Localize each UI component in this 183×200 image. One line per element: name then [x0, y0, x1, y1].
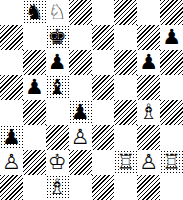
square-b2[interactable] — [23, 150, 46, 175]
square-h1[interactable] — [160, 175, 183, 200]
square-h7[interactable]: ♟ — [160, 25, 183, 50]
square-e8[interactable] — [92, 0, 115, 25]
piece-white-knight: ♞♘ — [46, 0, 69, 25]
square-g6[interactable]: ♟ — [137, 50, 160, 75]
square-f7[interactable] — [114, 25, 137, 50]
square-a2[interactable]: ♟♙ — [0, 150, 23, 175]
piece-black-pawn: ♟ — [137, 50, 160, 75]
piece-white-pawn: ♟♙ — [69, 125, 92, 150]
square-e6[interactable] — [92, 50, 115, 75]
black-king-icon: ♚ — [46, 25, 69, 50]
square-d8[interactable] — [69, 0, 92, 25]
square-h4[interactable] — [160, 100, 183, 125]
square-c5[interactable]: ♝ — [46, 75, 69, 100]
white-pawn-icon: ♙ — [0, 150, 23, 175]
square-h8[interactable] — [160, 0, 183, 25]
square-f5[interactable] — [114, 75, 137, 100]
square-g3[interactable] — [137, 125, 160, 150]
square-c2[interactable]: ♚♔ — [46, 150, 69, 175]
square-e3[interactable] — [92, 125, 115, 150]
square-c3[interactable] — [46, 125, 69, 150]
square-e5[interactable] — [92, 75, 115, 100]
square-f3[interactable] — [114, 125, 137, 150]
square-a4[interactable] — [0, 100, 23, 125]
white-rook-icon: ♖ — [160, 150, 183, 175]
piece-white-rook: ♜♖ — [160, 150, 183, 175]
piece-black-pawn: ♟ — [0, 125, 23, 150]
piece-black-knight: ♞ — [23, 0, 46, 25]
square-g4[interactable]: ♝♗ — [137, 100, 160, 125]
square-c6[interactable]: ♟ — [46, 50, 69, 75]
square-b8[interactable]: ♞ — [23, 0, 46, 25]
square-g8[interactable] — [137, 0, 160, 25]
white-pawn-icon: ♙ — [137, 150, 160, 175]
square-d6[interactable] — [69, 50, 92, 75]
square-c7[interactable]: ♚ — [46, 25, 69, 50]
square-g5[interactable] — [137, 75, 160, 100]
square-d3[interactable]: ♟♙ — [69, 125, 92, 150]
piece-white-pawn: ♟♙ — [0, 150, 23, 175]
white-rook-icon: ♖ — [114, 150, 137, 175]
black-bishop-icon: ♝ — [46, 75, 69, 100]
black-pawn-icon: ♟ — [46, 50, 69, 75]
square-f2[interactable]: ♜♖ — [114, 150, 137, 175]
black-knight-icon: ♞ — [23, 0, 46, 25]
square-b3[interactable] — [23, 125, 46, 150]
square-g2[interactable]: ♟♙ — [137, 150, 160, 175]
white-knight-icon: ♘ — [46, 0, 69, 25]
square-b4[interactable] — [23, 100, 46, 125]
white-pawn-icon: ♙ — [69, 125, 92, 150]
square-e1[interactable] — [92, 175, 115, 200]
piece-white-bishop: ♝♗ — [137, 100, 160, 125]
piece-white-bishop: ♝♗ — [46, 175, 69, 200]
piece-black-pawn: ♟ — [46, 50, 69, 75]
square-h6[interactable] — [160, 50, 183, 75]
piece-black-king: ♚ — [46, 25, 69, 50]
square-g1[interactable] — [137, 175, 160, 200]
square-a1[interactable] — [0, 175, 23, 200]
square-c1[interactable]: ♝♗ — [46, 175, 69, 200]
square-e2[interactable] — [92, 150, 115, 175]
white-bishop-icon: ♗ — [46, 175, 69, 200]
black-pawn-icon: ♟ — [160, 25, 183, 50]
piece-white-pawn: ♟♙ — [137, 150, 160, 175]
white-king-icon: ♔ — [46, 150, 69, 175]
square-h2[interactable]: ♜♖ — [160, 150, 183, 175]
square-b5[interactable]: ♟ — [23, 75, 46, 100]
black-pawn-icon: ♟ — [0, 125, 23, 150]
square-e7[interactable] — [92, 25, 115, 50]
black-pawn-icon: ♟ — [137, 50, 160, 75]
black-pawn-icon: ♟ — [23, 75, 46, 100]
square-f8[interactable] — [114, 0, 137, 25]
square-a7[interactable] — [0, 25, 23, 50]
square-e4[interactable] — [92, 100, 115, 125]
square-g7[interactable] — [137, 25, 160, 50]
piece-black-pawn: ♟ — [69, 100, 92, 125]
square-b7[interactable] — [23, 25, 46, 50]
piece-black-pawn: ♟ — [160, 25, 183, 50]
square-b6[interactable] — [23, 50, 46, 75]
square-c8[interactable]: ♞♘ — [46, 0, 69, 25]
square-d2[interactable] — [69, 150, 92, 175]
square-h3[interactable] — [160, 125, 183, 150]
chess-board: ♞♞♘♚♟♟♟♟♝♟♝♗♟♟♙♟♙♚♔♜♖♟♙♜♖♝♗ — [0, 0, 183, 200]
square-a6[interactable] — [0, 50, 23, 75]
square-a8[interactable] — [0, 0, 23, 25]
piece-black-bishop: ♝ — [46, 75, 69, 100]
square-a5[interactable] — [0, 75, 23, 100]
white-bishop-icon: ♗ — [137, 100, 160, 125]
square-f4[interactable] — [114, 100, 137, 125]
piece-white-rook: ♜♖ — [114, 150, 137, 175]
square-c4[interactable] — [46, 100, 69, 125]
square-a3[interactable]: ♟ — [0, 125, 23, 150]
square-f6[interactable] — [114, 50, 137, 75]
piece-black-pawn: ♟ — [23, 75, 46, 100]
black-pawn-icon: ♟ — [69, 100, 92, 125]
square-h5[interactable] — [160, 75, 183, 100]
square-d5[interactable] — [69, 75, 92, 100]
square-d4[interactable]: ♟ — [69, 100, 92, 125]
square-d7[interactable] — [69, 25, 92, 50]
square-d1[interactable] — [69, 175, 92, 200]
square-f1[interactable] — [114, 175, 137, 200]
square-b1[interactable] — [23, 175, 46, 200]
piece-white-king: ♚♔ — [46, 150, 69, 175]
